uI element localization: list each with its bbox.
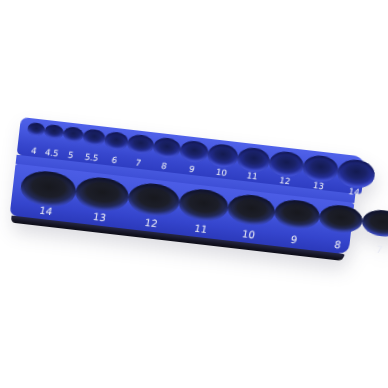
socket-hole-6mm xyxy=(104,131,129,151)
socket-hole-13mm xyxy=(74,175,130,214)
socket-cell-11mm: 11 xyxy=(176,187,230,238)
size-label: 9 xyxy=(290,235,299,247)
size-label: 8 xyxy=(161,161,168,170)
socket-hole-10mm xyxy=(207,143,240,169)
size-label: 9 xyxy=(189,164,196,173)
socket-hole-8mm xyxy=(318,203,364,235)
size-label: 4 xyxy=(30,146,37,155)
size-label: 4.5 xyxy=(44,148,59,158)
socket-cell-12mm: 12 xyxy=(125,181,181,233)
socket-hole-14mm xyxy=(336,158,376,190)
socket-cell-12mm: 12 xyxy=(267,150,304,186)
socket-organizer-tray: 44.555.567891011121314 141312111098765.5… xyxy=(9,117,366,262)
socket-hole-9mm xyxy=(273,198,321,231)
size-label: 14 xyxy=(38,206,53,218)
size-label: 12 xyxy=(278,176,290,186)
socket-hole-9mm xyxy=(179,140,210,165)
socket-cell-9mm: 9 xyxy=(177,140,209,175)
socket-hole-12mm xyxy=(127,181,181,219)
socket-hole-13mm xyxy=(301,154,339,184)
size-label: 13 xyxy=(92,212,107,224)
socket-hole-7mm xyxy=(127,134,154,156)
socket-cell-10mm: 10 xyxy=(224,192,276,243)
socket-hole-4mm xyxy=(27,122,45,137)
socket-cell-14mm: 14 xyxy=(18,169,78,221)
socket-cell-8mm: 8 xyxy=(316,203,364,254)
size-label: 5.5 xyxy=(84,152,99,162)
size-label: 14 xyxy=(348,187,360,197)
size-label: 11 xyxy=(246,171,258,181)
socket-hole-14mm xyxy=(19,169,78,210)
socket-cell-8mm: 8 xyxy=(151,136,181,171)
size-label: 7 xyxy=(375,245,384,257)
size-label: 11 xyxy=(193,224,208,236)
socket-hole-4.5mm xyxy=(44,124,64,140)
size-label: 10 xyxy=(241,229,256,241)
socket-hole-12mm xyxy=(268,150,304,179)
socket-hole-5mm xyxy=(62,126,84,143)
socket-cell-11mm: 11 xyxy=(236,146,271,181)
size-label: 8 xyxy=(334,240,343,252)
socket-hole-8mm xyxy=(152,136,181,159)
socket-cell-10mm: 10 xyxy=(206,143,240,178)
size-label: 12 xyxy=(144,218,159,230)
size-label: 13 xyxy=(312,181,324,191)
product-photo-scene: 44.555.567891011121314 141312111098765.5… xyxy=(0,0,388,388)
socket-cell-13mm: 13 xyxy=(301,154,340,190)
socket-cell-13mm: 13 xyxy=(72,175,130,227)
size-label: 5 xyxy=(67,150,74,159)
socket-hole-11mm xyxy=(237,146,271,173)
socket-cell-7mm: 7 xyxy=(359,208,388,258)
socket-hole-7mm xyxy=(361,208,388,238)
size-label: 10 xyxy=(215,167,227,177)
size-label: 6 xyxy=(111,155,118,164)
socket-cell-9mm: 9 xyxy=(271,198,321,249)
socket-cell-14mm: 14 xyxy=(336,158,376,194)
socket-hole-5.5mm xyxy=(82,128,106,147)
socket-cell-7mm: 7 xyxy=(126,134,155,169)
socket-hole-11mm xyxy=(177,187,229,223)
size-label: 7 xyxy=(135,158,142,167)
socket-hole-10mm xyxy=(226,192,276,227)
